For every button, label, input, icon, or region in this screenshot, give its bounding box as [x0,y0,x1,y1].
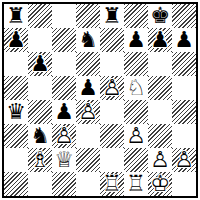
piece-black-pawn: ♟ [52,100,76,124]
piece-white-knight-fill: ♞ [124,76,148,100]
piece-white-rook: ♖ [124,172,148,196]
piece-black-pawn: ♟ [4,28,28,52]
square-g2[interactable]: ♟♙ [148,148,172,172]
piece-black-pawn: ♟ [148,28,172,52]
piece-white-pawn: ♙ [52,124,76,148]
chess-board: ♜♜♚♟♞♟♟♟♟♟♟♙♞♘♛♟♟♙♞♟♙♟♙♝♗♛♕♟♙♟♙♜♖♜♖♚♔ [2,2,198,198]
square-a7[interactable]: ♟ [4,28,28,52]
square-f1[interactable]: ♜♖ [124,172,148,196]
square-c8[interactable] [52,4,76,28]
square-e2[interactable] [100,148,124,172]
square-h2[interactable]: ♟♙ [172,148,196,172]
square-d5[interactable]: ♟ [76,76,100,100]
square-a1[interactable] [4,172,28,196]
piece-black-pawn: ♟ [172,28,196,52]
square-f5[interactable]: ♞♘ [124,76,148,100]
piece-white-king: ♔ [148,172,172,196]
square-d2[interactable] [76,148,100,172]
square-f3[interactable]: ♟♙ [124,124,148,148]
square-f6[interactable] [124,52,148,76]
square-g1[interactable]: ♚♔ [148,172,172,196]
square-h8[interactable] [172,4,196,28]
square-b4[interactable] [28,100,52,124]
square-b3[interactable]: ♞ [28,124,52,148]
square-e4[interactable] [100,100,124,124]
square-b2[interactable]: ♝♗ [28,148,52,172]
square-d6[interactable] [76,52,100,76]
piece-white-pawn-fill: ♟ [100,76,124,100]
square-c4[interactable]: ♟ [52,100,76,124]
piece-white-pawn: ♙ [100,76,124,100]
square-g4[interactable] [148,100,172,124]
square-c6[interactable] [52,52,76,76]
square-c2[interactable]: ♛♕ [52,148,76,172]
square-h7[interactable]: ♟ [172,28,196,52]
piece-white-pawn-fill: ♟ [148,148,172,172]
board-frame: ♜♜♚♟♞♟♟♟♟♟♟♙♞♘♛♟♟♙♞♟♙♟♙♝♗♛♕♟♙♟♙♜♖♜♖♚♔ [0,0,200,200]
square-f4[interactable] [124,100,148,124]
square-d7[interactable]: ♞ [76,28,100,52]
piece-black-pawn: ♟ [76,76,100,100]
piece-white-pawn-fill: ♟ [76,100,100,124]
piece-black-king: ♚ [148,4,172,28]
square-h4[interactable] [172,100,196,124]
square-b6[interactable]: ♟ [28,52,52,76]
square-e6[interactable] [100,52,124,76]
piece-white-pawn: ♙ [148,148,172,172]
square-d3[interactable] [76,124,100,148]
square-a5[interactable] [4,76,28,100]
square-e1[interactable]: ♜♖ [100,172,124,196]
square-e8[interactable]: ♜ [100,4,124,28]
piece-white-knight: ♘ [124,76,148,100]
square-h5[interactable] [172,76,196,100]
piece-black-rook: ♜ [100,4,124,28]
square-f8[interactable] [124,4,148,28]
square-e5[interactable]: ♟♙ [100,76,124,100]
square-g7[interactable]: ♟ [148,28,172,52]
piece-white-rook-fill: ♜ [100,172,124,196]
square-g8[interactable]: ♚ [148,4,172,28]
square-c1[interactable] [52,172,76,196]
square-a3[interactable] [4,124,28,148]
square-a6[interactable] [4,52,28,76]
piece-white-bishop: ♗ [28,148,52,172]
square-d8[interactable] [76,4,100,28]
square-f2[interactable] [124,148,148,172]
piece-white-rook-fill: ♜ [124,172,148,196]
square-a8[interactable]: ♜ [4,4,28,28]
square-b7[interactable] [28,28,52,52]
piece-white-pawn-fill: ♟ [124,124,148,148]
square-e7[interactable] [100,28,124,52]
piece-white-king-fill: ♚ [148,172,172,196]
square-g3[interactable] [148,124,172,148]
piece-black-queen: ♛ [4,100,28,124]
square-f7[interactable]: ♟ [124,28,148,52]
square-c7[interactable] [52,28,76,52]
square-h3[interactable] [172,124,196,148]
square-g6[interactable] [148,52,172,76]
square-h6[interactable] [172,52,196,76]
piece-white-pawn: ♙ [124,124,148,148]
square-g5[interactable] [148,76,172,100]
piece-black-rook: ♜ [4,4,28,28]
piece-white-queen-fill: ♛ [52,148,76,172]
square-h1[interactable] [172,172,196,196]
piece-black-knight: ♞ [28,124,52,148]
piece-black-knight: ♞ [76,28,100,52]
square-d4[interactable]: ♟♙ [76,100,100,124]
square-b1[interactable] [28,172,52,196]
square-a2[interactable] [4,148,28,172]
square-b8[interactable] [28,4,52,28]
square-b5[interactable] [28,76,52,100]
piece-white-pawn: ♙ [76,100,100,124]
piece-black-pawn: ♟ [124,28,148,52]
piece-black-pawn: ♟ [28,52,52,76]
piece-white-pawn-fill: ♟ [172,148,196,172]
square-a4[interactable]: ♛ [4,100,28,124]
piece-white-pawn-fill: ♟ [52,124,76,148]
piece-white-pawn: ♙ [172,148,196,172]
square-e3[interactable] [100,124,124,148]
piece-white-queen: ♕ [52,148,76,172]
piece-white-bishop-fill: ♝ [28,148,52,172]
square-c3[interactable]: ♟♙ [52,124,76,148]
square-d1[interactable] [76,172,100,196]
piece-white-rook: ♖ [100,172,124,196]
square-c5[interactable] [52,76,76,100]
